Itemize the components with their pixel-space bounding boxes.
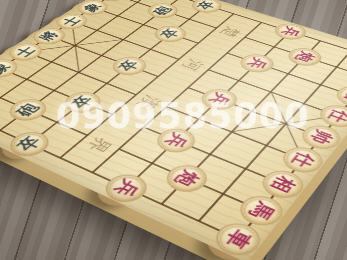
- river-inscription-char: 界: [79, 133, 120, 158]
- piece-black-soldier-i6: 卒: [187, 0, 227, 15]
- piece-black-cannon-h7: 砲: [142, 1, 183, 21]
- piece-character: 相: [331, 83, 347, 111]
- piece-red-advisor-f0: 仕: [314, 101, 347, 131]
- piece-red-soldier-i3: 兵: [269, 21, 311, 43]
- piece-character: 砲: [142, 1, 183, 21]
- piece-character: 卒: [187, 0, 227, 15]
- piece-ring: [335, 85, 347, 109]
- piece-red-cannon-b2: 炮: [159, 160, 214, 197]
- piece-character: 卒: [106, 54, 152, 79]
- piece-red-cannon-h2: 炮: [283, 45, 327, 69]
- piece-ring: [318, 103, 347, 129]
- piece-character: 卒: [149, 23, 192, 45]
- piece-ring: [280, 145, 325, 175]
- piece-character: 兵: [235, 51, 280, 76]
- piece-ring: [163, 163, 210, 194]
- watermark-phone-number: 0909585000: [56, 96, 310, 136]
- piece-character: 兵: [269, 21, 311, 43]
- photo-stage: 楚河漢界車兵卒車馬炮砲馬相兵卒象仕士帅兵卒將仕士相兵卒象馬炮砲馬車兵卒車 090…: [0, 0, 347, 260]
- piece-character: 砲: [2, 95, 53, 124]
- piece-ring: [260, 168, 306, 200]
- piece-red-soldier-g3: 兵: [235, 51, 280, 76]
- piece-black-cannon-b7: 砲: [2, 95, 53, 124]
- piece-black-soldier-e6: 卒: [106, 54, 152, 79]
- piece-ring: [6, 97, 50, 122]
- piece-character: 炮: [159, 160, 214, 197]
- piece-character: 炮: [283, 45, 327, 69]
- grid-rank-line: [60, 14, 235, 159]
- piece-red-elephant-g0: 相: [331, 83, 347, 111]
- piece-character: 仕: [314, 101, 347, 131]
- grid-file-line: [119, 149, 262, 211]
- piece-black-soldier-g6: 卒: [149, 23, 192, 45]
